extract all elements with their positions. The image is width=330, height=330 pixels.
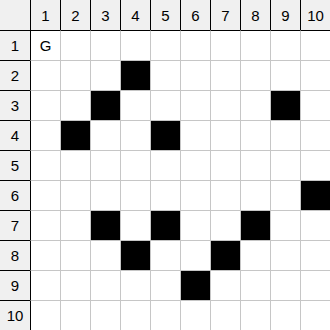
- row-header-cell: 1: [0, 30, 30, 60]
- grid-cell[interactable]: [60, 60, 90, 90]
- grid-cell[interactable]: [60, 210, 90, 240]
- col-header-cell: 2: [60, 0, 90, 30]
- grid-cell[interactable]: [300, 240, 330, 270]
- grid-cell[interactable]: [180, 120, 210, 150]
- grid-cell[interactable]: [30, 240, 60, 270]
- grid-cell[interactable]: [240, 300, 270, 330]
- row-header-cell: 10: [0, 300, 30, 330]
- grid-cell[interactable]: [210, 120, 240, 150]
- grid-cell[interactable]: [210, 210, 240, 240]
- grid-cell[interactable]: [300, 300, 330, 330]
- block-cell[interactable]: [180, 270, 210, 300]
- grid-cell[interactable]: [30, 300, 60, 330]
- grid-cell[interactable]: [210, 60, 240, 90]
- grid-cell[interactable]: [240, 30, 270, 60]
- grid-cell[interactable]: [270, 180, 300, 210]
- row-header-cell: 4: [0, 120, 30, 150]
- grid-cell[interactable]: [240, 240, 270, 270]
- col-header-cell: 3: [90, 0, 120, 30]
- grid-cell[interactable]: [210, 90, 240, 120]
- grid-cell[interactable]: [90, 300, 120, 330]
- grid-cell[interactable]: [120, 180, 150, 210]
- grid-cell[interactable]: [90, 60, 120, 90]
- grid-cell[interactable]: [30, 180, 60, 210]
- grid-cell[interactable]: [210, 300, 240, 330]
- grid-cell[interactable]: [120, 210, 150, 240]
- grid-cell[interactable]: [300, 270, 330, 300]
- row-header-cell: 6: [0, 180, 30, 210]
- grid-cell[interactable]: [240, 180, 270, 210]
- block-cell[interactable]: [90, 90, 120, 120]
- grid-cell[interactable]: [240, 90, 270, 120]
- block-cell[interactable]: [120, 60, 150, 90]
- grid-cell[interactable]: [180, 60, 210, 90]
- grid-cell[interactable]: [150, 150, 180, 180]
- row-header-cell: 8: [0, 240, 30, 270]
- grid-cell[interactable]: [90, 180, 120, 210]
- grid-cell[interactable]: [180, 300, 210, 330]
- block-cell[interactable]: [270, 90, 300, 120]
- block-cell[interactable]: [240, 210, 270, 240]
- grid-cell[interactable]: [180, 180, 210, 210]
- grid-cell[interactable]: [300, 90, 330, 120]
- grid-cell[interactable]: [270, 30, 300, 60]
- grid-cell[interactable]: [240, 270, 270, 300]
- grid-cell[interactable]: [240, 120, 270, 150]
- grid-cell[interactable]: [30, 150, 60, 180]
- grid-cell[interactable]: [150, 180, 180, 210]
- grid-cell[interactable]: [30, 60, 60, 90]
- grid-cell[interactable]: [240, 60, 270, 90]
- grid-cell[interactable]: [180, 210, 210, 240]
- block-cell[interactable]: [300, 180, 330, 210]
- row-header-cell: 5: [0, 150, 30, 180]
- corner-header-cell: [0, 0, 30, 30]
- block-cell[interactable]: [150, 210, 180, 240]
- grid-cell[interactable]: [180, 30, 210, 60]
- grid-cell[interactable]: [180, 150, 210, 180]
- grid-cell[interactable]: [270, 120, 300, 150]
- grid-cell[interactable]: [240, 150, 270, 180]
- grid-cell[interactable]: [90, 120, 120, 150]
- grid-cell[interactable]: [60, 300, 90, 330]
- grid-cell[interactable]: [60, 30, 90, 60]
- grid-cell[interactable]: [270, 300, 300, 330]
- grid-cell[interactable]: [300, 30, 330, 60]
- goal-cell[interactable]: G: [30, 30, 60, 60]
- grid-cell[interactable]: [300, 150, 330, 180]
- grid-cell[interactable]: [300, 120, 330, 150]
- grid-cell[interactable]: [180, 90, 210, 120]
- grid-cell[interactable]: [30, 120, 60, 150]
- grid-cell[interactable]: [150, 90, 180, 120]
- grid-cell[interactable]: [90, 240, 120, 270]
- grid-cell[interactable]: [300, 210, 330, 240]
- block-cell[interactable]: [150, 120, 180, 150]
- grid-cell[interactable]: [30, 210, 60, 240]
- grid-cell[interactable]: [120, 90, 150, 120]
- col-header-cell: 4: [120, 0, 150, 30]
- grid-cell[interactable]: [210, 30, 240, 60]
- col-header-cell: 8: [240, 0, 270, 30]
- grid-cell[interactable]: [120, 300, 150, 330]
- grid-cell[interactable]: [120, 30, 150, 60]
- grid-cell[interactable]: [150, 240, 180, 270]
- col-header-cell: 6: [180, 0, 210, 30]
- grid-cell[interactable]: [60, 180, 90, 210]
- block-cell[interactable]: [210, 240, 240, 270]
- grid-cell[interactable]: [300, 60, 330, 90]
- block-cell[interactable]: [120, 240, 150, 270]
- row-header-cell: 3: [0, 90, 30, 120]
- grid-cell[interactable]: [90, 30, 120, 60]
- col-header-cell: 1: [30, 0, 60, 30]
- grid-cell[interactable]: [90, 270, 120, 300]
- grid-cell[interactable]: [60, 150, 90, 180]
- grid-cell[interactable]: [210, 150, 240, 180]
- grid-cell[interactable]: [270, 150, 300, 180]
- grid-cell[interactable]: [120, 270, 150, 300]
- puzzle-grid: 123456789101G2345678910: [0, 0, 330, 330]
- grid-cell[interactable]: [120, 120, 150, 150]
- grid-cell[interactable]: [60, 90, 90, 120]
- row-header-cell: 9: [0, 270, 30, 300]
- grid-cell[interactable]: [210, 270, 240, 300]
- grid-cell[interactable]: [150, 270, 180, 300]
- grid-cell[interactable]: [30, 270, 60, 300]
- grid-cell[interactable]: [270, 270, 300, 300]
- block-cell[interactable]: [90, 210, 120, 240]
- col-header-cell: 7: [210, 0, 240, 30]
- grid-cell[interactable]: [150, 60, 180, 90]
- grid-cell[interactable]: [30, 90, 60, 120]
- grid-cell[interactable]: [270, 210, 300, 240]
- grid-cell[interactable]: [60, 270, 90, 300]
- row-header-cell: 2: [0, 60, 30, 90]
- grid-cell[interactable]: [90, 150, 120, 180]
- col-header-cell: 9: [270, 0, 300, 30]
- col-header-cell: 5: [150, 0, 180, 30]
- row-header-cell: 7: [0, 210, 30, 240]
- grid-cell[interactable]: [120, 150, 150, 180]
- block-cell[interactable]: [60, 120, 90, 150]
- grid-cell[interactable]: [270, 240, 300, 270]
- col-header-cell: 10: [300, 0, 330, 30]
- grid-cell[interactable]: [150, 300, 180, 330]
- grid-cell[interactable]: [150, 30, 180, 60]
- grid-cell[interactable]: [60, 240, 90, 270]
- grid-cell[interactable]: [210, 180, 240, 210]
- grid-cell[interactable]: [180, 240, 210, 270]
- grid-cell[interactable]: [270, 60, 300, 90]
